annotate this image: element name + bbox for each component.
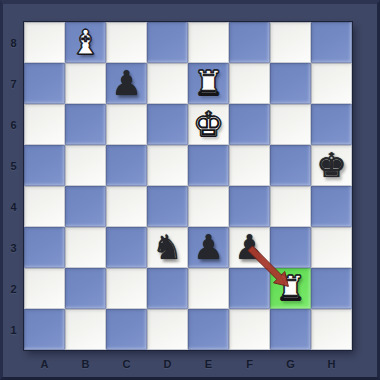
square-b6[interactable] [65, 104, 106, 145]
file-label-g: G [270, 351, 311, 377]
square-a2[interactable] [24, 268, 65, 309]
square-c7[interactable]: ♟ [106, 63, 147, 104]
square-b5[interactable] [65, 145, 106, 186]
square-h5[interactable]: ♚ [311, 145, 352, 186]
square-e7[interactable]: ♜ [188, 63, 229, 104]
square-f6[interactable] [229, 104, 270, 145]
chess-board-frame: 87654321 ABCDEFGH ♝♟♜♚♚♞♟♟♜ [0, 0, 380, 380]
square-f2[interactable] [229, 268, 270, 309]
square-a4[interactable] [24, 186, 65, 227]
square-f3[interactable]: ♟ [229, 227, 270, 268]
square-e5[interactable] [188, 145, 229, 186]
rank-label-3: 3 [3, 227, 24, 268]
chess-board: ♝♟♜♚♚♞♟♟♜ [24, 22, 352, 350]
square-b8[interactable]: ♝ [65, 22, 106, 63]
white-rook-e7[interactable]: ♜ [193, 63, 223, 104]
square-c6[interactable] [106, 104, 147, 145]
square-a6[interactable] [24, 104, 65, 145]
square-h1[interactable] [311, 309, 352, 350]
file-label-a: A [24, 351, 65, 377]
square-d8[interactable] [147, 22, 188, 63]
square-b4[interactable] [65, 186, 106, 227]
rank-label-7: 7 [3, 63, 24, 104]
square-f4[interactable] [229, 186, 270, 227]
square-c1[interactable] [106, 309, 147, 350]
square-c4[interactable] [106, 186, 147, 227]
file-label-c: C [106, 351, 147, 377]
square-g3[interactable] [270, 227, 311, 268]
rank-label-5: 5 [3, 145, 24, 186]
rank-label-1: 1 [3, 309, 24, 350]
square-g6[interactable] [270, 104, 311, 145]
square-f7[interactable] [229, 63, 270, 104]
square-c3[interactable] [106, 227, 147, 268]
rank-label-6: 6 [3, 104, 24, 145]
square-e2[interactable] [188, 268, 229, 309]
file-labels: ABCDEFGH [24, 351, 352, 377]
square-d3[interactable]: ♞ [147, 227, 188, 268]
square-g4[interactable] [270, 186, 311, 227]
square-d6[interactable] [147, 104, 188, 145]
file-label-e: E [188, 351, 229, 377]
square-a7[interactable] [24, 63, 65, 104]
rank-labels: 87654321 [3, 22, 24, 350]
square-e1[interactable] [188, 309, 229, 350]
square-b3[interactable] [65, 227, 106, 268]
square-d7[interactable] [147, 63, 188, 104]
square-g1[interactable] [270, 309, 311, 350]
square-d4[interactable] [147, 186, 188, 227]
square-b1[interactable] [65, 309, 106, 350]
square-d1[interactable] [147, 309, 188, 350]
square-g8[interactable] [270, 22, 311, 63]
file-label-h: H [311, 351, 352, 377]
black-pawn-c7[interactable]: ♟ [111, 63, 141, 104]
square-f5[interactable] [229, 145, 270, 186]
rank-label-2: 2 [3, 268, 24, 309]
square-g7[interactable] [270, 63, 311, 104]
square-h7[interactable] [311, 63, 352, 104]
square-e6[interactable]: ♚ [188, 104, 229, 145]
file-label-d: D [147, 351, 188, 377]
rank-label-8: 8 [3, 22, 24, 63]
square-d5[interactable] [147, 145, 188, 186]
square-b2[interactable] [65, 268, 106, 309]
rank-label-4: 4 [3, 186, 24, 227]
square-c2[interactable] [106, 268, 147, 309]
square-c5[interactable] [106, 145, 147, 186]
black-pawn-f3[interactable]: ♟ [234, 227, 264, 268]
square-b7[interactable] [65, 63, 106, 104]
square-e8[interactable] [188, 22, 229, 63]
square-h6[interactable] [311, 104, 352, 145]
square-f8[interactable] [229, 22, 270, 63]
square-e3[interactable]: ♟ [188, 227, 229, 268]
square-c8[interactable] [106, 22, 147, 63]
square-d2[interactable] [147, 268, 188, 309]
square-f1[interactable] [229, 309, 270, 350]
square-a3[interactable] [24, 227, 65, 268]
black-knight-d3[interactable]: ♞ [152, 227, 182, 268]
square-a1[interactable] [24, 309, 65, 350]
white-king-e6[interactable]: ♚ [193, 104, 223, 145]
square-a5[interactable] [24, 145, 65, 186]
black-king-h5[interactable]: ♚ [316, 145, 346, 186]
white-bishop-b8[interactable]: ♝ [70, 22, 100, 63]
square-g2[interactable]: ♜ [270, 268, 311, 309]
square-h2[interactable] [311, 268, 352, 309]
black-pawn-e3[interactable]: ♟ [193, 227, 223, 268]
square-g5[interactable] [270, 145, 311, 186]
file-label-f: F [229, 351, 270, 377]
file-label-b: B [65, 351, 106, 377]
square-a8[interactable] [24, 22, 65, 63]
white-rook-g2[interactable]: ♜ [275, 268, 305, 309]
square-e4[interactable] [188, 186, 229, 227]
square-h8[interactable] [311, 22, 352, 63]
square-h4[interactable] [311, 186, 352, 227]
square-h3[interactable] [311, 227, 352, 268]
